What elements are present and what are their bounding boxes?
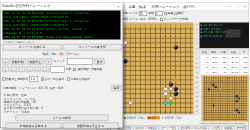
log-console[interactable]: 2021-01-07 13:33:06+0900: Starting game … (3, 11, 121, 40)
white-stone (219, 88, 221, 90)
score-suffix: （7ゲーム） (64, 53, 81, 56)
nav-button[interactable]: > (27, 67, 34, 73)
last-move-marker (174, 78, 178, 82)
close-icon[interactable]: × (241, 3, 249, 11)
white-stone (226, 93, 228, 95)
label-item: ルール: 日本（6.5目） (129, 17, 159, 22)
move-navigation-row: |<<<<>>>>|手数最終局面へ自動移動 (3, 66, 122, 73)
auto-jump-checkbox[interactable] (73, 68, 76, 71)
check-item[interactable]: 時計 (174, 11, 184, 16)
analysis-table: 順位勝率訪問目差手162.0195B+1.5R16258.7142B+0.8Q3… (200, 49, 249, 75)
hoshi-point (175, 98, 176, 99)
table-cell: 36 (219, 69, 228, 74)
toolbar-input[interactable] (139, 11, 147, 16)
label-item: レベル (129, 11, 138, 16)
playback-options-row: 自動再生 間隔(秒):次の一手を表示対局中は非表示 (3, 76, 122, 82)
black-stone (174, 45, 178, 49)
dialog-title: KataGo 自己対戦トレーニング (1, 4, 115, 9)
game-info-block: 対局の形式：互先コンピュータ：シンプル機械の自動対戦回数：10コミのルール：6.… (4, 94, 121, 114)
option-label: 自動再生 間隔(秒): (6, 77, 29, 81)
white-stone (231, 97, 233, 99)
dialog-titlebar: KataGo 自己対戦トレーニング × (1, 3, 123, 11)
black-stone (208, 88, 210, 90)
sub-go-board[interactable] (203, 77, 247, 121)
hoshi-point (238, 84, 239, 85)
white-stone (128, 101, 132, 105)
table-cell: D3 (239, 69, 248, 74)
option-label: 次の一手を表示 (45, 77, 64, 81)
console-buttons-row: コンソールを閉じる コンソールの最大化 (3, 44, 122, 51)
black-stone (238, 111, 240, 113)
score-line: 戦績：3勝／4敗（7ゲーム） (1, 52, 123, 57)
interval-input[interactable] (29, 76, 38, 82)
table-cell: 4 (200, 69, 209, 74)
white-stone (164, 92, 168, 96)
hoshi-point (145, 42, 146, 43)
input-item[interactable] (139, 11, 147, 16)
info-line: ステータス：対局中 (4, 110, 121, 113)
black-to-move-icon: ● (124, 116, 126, 120)
bottom-toolbar-button[interactable]: 中断(I) (222, 126, 234, 130)
hoshi-point (225, 98, 226, 99)
label-item: 手数 (148, 11, 154, 16)
close-icon[interactable]: × (115, 4, 123, 9)
checkbox-label: ネットワーク対局 (163, 17, 187, 22)
hoshi-point (225, 112, 226, 113)
analysis-table-panel[interactable]: 順位勝率訪問目差手162.0195B+1.5R16258.7142B+0.8Q3… (200, 49, 250, 76)
bottom-toolbar-button[interactable]: オーナー(O) (159, 126, 178, 130)
black-stone (174, 92, 178, 96)
analysis-candidate-stone (169, 101, 173, 105)
graph-legend-line: ● 58.7% B+0.8 (201, 34, 249, 38)
nav-button[interactable]: << (11, 67, 18, 73)
console-close-button[interactable]: コンソールを閉じる (3, 44, 62, 51)
black-stone (215, 86, 217, 88)
hoshi-point (211, 112, 212, 113)
minimize-icon[interactable]: ─ (226, 3, 234, 11)
hoshi-point (175, 70, 176, 71)
checkbox-label: 時計 (178, 11, 184, 16)
confirm-button[interactable]: 確定 (112, 85, 122, 91)
table-cell: B+0.2 (227, 69, 239, 74)
white-time: 0:03:58（7手） (164, 116, 183, 120)
game-type-row: 対局の種類：トレーニング（33 / 73）結果：B+R 確定 (3, 85, 122, 91)
black-stone (238, 97, 240, 99)
bottom-toolbar-button[interactable]: 分析(L) (146, 126, 159, 130)
white-stone (233, 111, 235, 113)
auto-play-button[interactable]: 自動対戦 (10, 58, 26, 64)
run-controls-row: ≡ 自動対戦 自動停止 ？ コメント 送信 (3, 58, 122, 65)
hoshi-point (145, 70, 146, 71)
bottom-toolbar-button[interactable]: 待った(U) (192, 126, 209, 130)
hoshi-point (225, 84, 226, 85)
option-checkbox[interactable]: 次の一手を表示 (41, 77, 64, 81)
input-item[interactable] (155, 11, 163, 16)
check-item[interactable]: ネットワーク対局 (160, 17, 188, 22)
nav-button[interactable]: >| (43, 67, 50, 73)
white-stone (169, 96, 173, 100)
option-checkbox[interactable]: 対局中は非表示 (67, 77, 90, 81)
console-line: 2021-01-07 13:33:08+0900: Model pre-down… (4, 35, 120, 39)
send-button[interactable]: 送信 (95, 58, 105, 64)
nav-button[interactable]: |< (3, 67, 10, 73)
hoshi-point (175, 42, 176, 43)
white-stone (215, 107, 217, 109)
katago-training-dialog: KataGo 自己対戦トレーニング × 2021-01-07 13:33:06+… (0, 2, 123, 128)
dialog-action-button[interactable]: 自動対局を停止する (63, 123, 119, 129)
help-button[interactable]: ？ (45, 58, 52, 64)
game-type-label: 対局の種類：トレーニング（33 / 73）結果：B+R (3, 86, 111, 90)
maximize-icon[interactable]: □ (234, 3, 242, 11)
table-row[interactable]: 455.136B+0.2D3 (200, 69, 249, 74)
bottom-toolbar-button[interactable]: 次の手 (133, 126, 146, 130)
white-stone (123, 41, 127, 45)
winrate-graph-panel[interactable]: ● 62.0% B+1.5● 195 visits● PV R16 Q3 C16… (200, 23, 250, 49)
score-prefix: 戦績： (42, 53, 51, 56)
nav-button[interactable]: < (19, 67, 26, 73)
menu-button[interactable]: ≡ (3, 58, 9, 64)
nav-button[interactable]: >> (35, 67, 42, 73)
toolbar-input[interactable] (155, 11, 163, 16)
bottom-toolbar-button[interactable]: 検討(R) (178, 126, 192, 130)
sub-board-area (202, 76, 249, 122)
dialog-bottom-buttons: 対局結果を保存する自動対局を停止する (6, 123, 119, 129)
option-checkbox[interactable]: 自動再生 間隔(秒): (3, 76, 39, 82)
black-stone (235, 100, 237, 102)
screenshot-root: 碁盤・棋譜 － 対局トレーニング（進行中） ─ □ × ●○自動対局レベル手数白… (0, 0, 249, 130)
black-stone (169, 82, 173, 86)
table-cell: 55.1 (209, 69, 219, 74)
hoshi-point (145, 98, 146, 99)
analysis-candidate-stone (164, 101, 168, 105)
graph-highlight-block (226, 30, 241, 38)
black-time: 0:04:07（7手） (127, 116, 146, 120)
white-stone (164, 87, 168, 91)
move-number-input[interactable] (51, 66, 65, 73)
bottom-toolbar-button[interactable]: 投了(G) (235, 126, 249, 130)
console-caption: リアルタイム解析メッセージ (3, 40, 36, 43)
checkbox-label: 白番 (167, 11, 173, 16)
bottom-toolbar-button[interactable]: パス(P) (209, 126, 223, 130)
white-stone-indicator-icon: ○ (161, 116, 163, 120)
console-maximize-button[interactable]: コンソールの最大化 (63, 44, 122, 51)
black-stone (174, 87, 178, 91)
check-item[interactable]: 白番 (164, 11, 174, 16)
comment-input[interactable] (67, 58, 93, 65)
comment-label: コメント (53, 59, 65, 64)
auto-stop-button[interactable]: 自動停止 (27, 58, 43, 64)
thinking-badge: 思考中… (147, 116, 160, 120)
move-number-label: 手数 (66, 68, 72, 72)
white-stone (169, 87, 173, 91)
auto-jump-label: 最終局面へ自動移動 (78, 68, 103, 72)
black-stone (123, 59, 127, 63)
hoshi-point (211, 98, 212, 99)
rules-settings-button[interactable]: ルールの設定 (16, 115, 109, 122)
dialog-action-button[interactable]: 対局結果を保存する (6, 123, 62, 129)
window-controls: ─ □ × (226, 3, 249, 11)
option-label: 対局中は非表示 (71, 77, 90, 81)
